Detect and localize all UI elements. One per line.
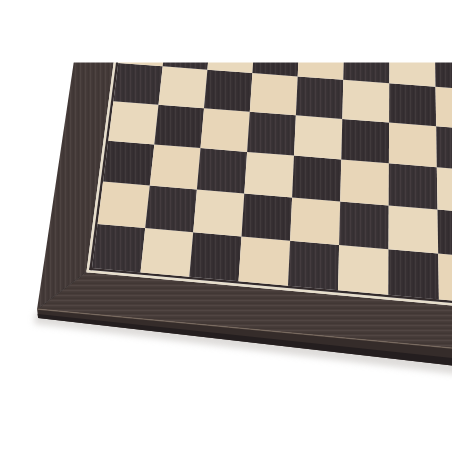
square-b2-grain xyxy=(145,186,197,233)
square-g3-grain xyxy=(389,163,438,209)
square-h4-grain xyxy=(436,126,452,171)
square-c1-grain xyxy=(189,232,241,281)
square-e4 xyxy=(294,115,342,159)
square-h5 xyxy=(436,87,452,130)
square-h3 xyxy=(437,167,452,214)
square-d3 xyxy=(244,152,294,198)
square-a3-grain xyxy=(103,141,154,186)
square-c4 xyxy=(201,108,250,152)
square-b3 xyxy=(150,144,201,189)
square-e5-grain xyxy=(296,76,343,119)
square-a4 xyxy=(108,101,158,144)
square-d5 xyxy=(250,73,298,115)
square-f5 xyxy=(342,80,389,123)
square-h1 xyxy=(438,254,452,304)
square-c5-grain xyxy=(204,70,252,112)
square-e1-grain xyxy=(288,241,339,290)
square-d1 xyxy=(239,237,291,286)
square-c2 xyxy=(193,189,244,236)
square-g4 xyxy=(389,123,437,168)
square-b1 xyxy=(141,228,194,277)
square-e2 xyxy=(290,197,340,245)
square-g2 xyxy=(389,206,439,254)
square-e3-grain xyxy=(292,156,341,202)
square-a2 xyxy=(98,182,150,229)
chess-board xyxy=(0,0,452,452)
square-f2-grain xyxy=(339,202,389,250)
square-f1 xyxy=(338,245,389,295)
square-h2-grain xyxy=(438,210,452,258)
square-b5 xyxy=(159,66,208,108)
square-f3 xyxy=(340,160,389,206)
square-d4-grain xyxy=(247,112,296,156)
square-a5-grain xyxy=(113,63,162,105)
square-f4-grain xyxy=(341,119,389,163)
square-g1-grain xyxy=(388,249,439,299)
square-a1-grain xyxy=(92,224,145,272)
square-g5-grain xyxy=(389,83,436,126)
square-d2-grain xyxy=(242,193,293,240)
square-c3-grain xyxy=(197,148,247,193)
square-b4-grain xyxy=(154,105,204,148)
photo-crop-top xyxy=(0,0,452,63)
product-photo xyxy=(0,0,452,452)
